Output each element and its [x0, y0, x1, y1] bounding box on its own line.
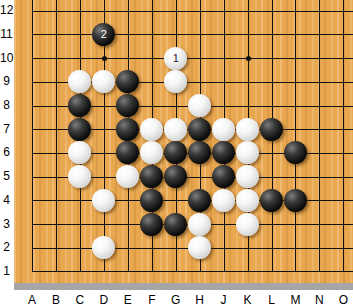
stone-black-C8[interactable]	[68, 94, 91, 117]
grid-line-column-M	[295, 0, 296, 272]
stone-black-E6[interactable]	[116, 141, 139, 164]
stone-black-J6[interactable]	[212, 141, 235, 164]
star-point-D10	[102, 56, 107, 61]
row-coordinate-11: 11	[0, 28, 13, 41]
column-coordinate-F: F	[144, 293, 160, 307]
goban-board[interactable]: 21	[14, 0, 353, 283]
star-point-K10	[246, 56, 251, 61]
stone-white-K6[interactable]	[236, 141, 259, 164]
stone-white-C9[interactable]	[68, 70, 91, 93]
column-coordinate-J: J	[216, 293, 232, 307]
move-number-label-D11: 2	[101, 29, 107, 40]
row-coordinate-1: 1	[0, 265, 13, 278]
stone-white-F6[interactable]	[140, 141, 163, 164]
grid-line-row-1	[32, 271, 353, 272]
column-coordinate-B: B	[48, 293, 64, 307]
column-coordinate-M: M	[287, 293, 303, 307]
row-coordinate-10: 10	[0, 52, 13, 65]
stone-white-J7[interactable]	[212, 118, 235, 141]
stone-white-K5[interactable]	[236, 165, 259, 188]
stone-white-F7[interactable]	[140, 118, 163, 141]
stone-white-H3[interactable]	[188, 213, 211, 236]
row-coordinate-5: 5	[0, 170, 13, 183]
board-edge-shadow	[14, 283, 353, 290]
stone-black-H4[interactable]	[188, 189, 211, 212]
stone-white-D4[interactable]	[92, 189, 115, 212]
row-coordinate-4: 4	[0, 194, 13, 207]
stone-white-J4[interactable]	[212, 189, 235, 212]
move-number-label-G10: 1	[173, 53, 179, 64]
stone-black-F4[interactable]	[140, 189, 163, 212]
grid-line-row-12	[32, 11, 353, 12]
stone-black-L7[interactable]	[260, 118, 283, 141]
grid-line-column-B	[56, 0, 57, 272]
stone-white-H2[interactable]	[188, 236, 211, 259]
stone-white-K7[interactable]	[236, 118, 259, 141]
stone-black-M4[interactable]	[284, 189, 307, 212]
grid-line-column-A	[32, 0, 33, 272]
stone-white-G7[interactable]	[164, 118, 187, 141]
row-coordinate-7: 7	[0, 123, 13, 136]
stone-black-H7[interactable]	[188, 118, 211, 141]
column-coordinate-K: K	[240, 293, 256, 307]
row-coordinate-3: 3	[0, 218, 13, 231]
column-coordinate-H: H	[192, 293, 208, 307]
column-coordinate-A: A	[24, 293, 40, 307]
grid-line-column-O	[343, 0, 344, 272]
column-coordinate-E: E	[120, 293, 136, 307]
stone-black-G3[interactable]	[164, 213, 187, 236]
stone-white-D9[interactable]	[92, 70, 115, 93]
row-coordinate-6: 6	[0, 146, 13, 159]
stone-white-C5[interactable]	[68, 165, 91, 188]
stone-black-E8[interactable]	[116, 94, 139, 117]
stone-white-G10[interactable]: 1	[164, 47, 187, 70]
stone-black-G6[interactable]	[164, 141, 187, 164]
stone-black-M6[interactable]	[284, 141, 307, 164]
row-coordinate-9: 9	[0, 75, 13, 88]
grid-line-column-N	[319, 0, 320, 272]
stone-black-E9[interactable]	[116, 70, 139, 93]
go-diagram-window: 21 121110987654321 ABCDEFGHJKLMNO	[0, 0, 353, 308]
row-coordinate-8: 8	[0, 99, 13, 112]
stone-white-C6[interactable]	[68, 141, 91, 164]
stone-black-F5[interactable]	[140, 165, 163, 188]
stone-black-E7[interactable]	[116, 118, 139, 141]
column-coordinate-L: L	[264, 293, 280, 307]
stone-black-G5[interactable]	[164, 165, 187, 188]
stone-black-D11[interactable]: 2	[92, 23, 115, 46]
stone-black-L4[interactable]	[260, 189, 283, 212]
stone-white-D2[interactable]	[92, 236, 115, 259]
grid-line-row-10	[32, 58, 353, 59]
grid-line-row-11	[32, 34, 353, 35]
stone-white-G9[interactable]	[164, 70, 187, 93]
column-coordinate-D: D	[96, 293, 112, 307]
stone-black-H6[interactable]	[188, 141, 211, 164]
column-coordinate-C: C	[72, 293, 88, 307]
row-coordinate-2: 2	[0, 241, 13, 254]
stone-white-K4[interactable]	[236, 189, 259, 212]
stone-black-C7[interactable]	[68, 118, 91, 141]
column-coordinate-O: O	[335, 293, 351, 307]
stone-white-E5[interactable]	[116, 165, 139, 188]
column-coordinate-N: N	[311, 293, 327, 307]
row-coordinate-12: 12	[0, 4, 13, 17]
stone-white-H8[interactable]	[188, 94, 211, 117]
stone-white-K3[interactable]	[236, 213, 259, 236]
column-coordinate-G: G	[168, 293, 184, 307]
stone-black-J5[interactable]	[212, 165, 235, 188]
stone-black-F3[interactable]	[140, 213, 163, 236]
